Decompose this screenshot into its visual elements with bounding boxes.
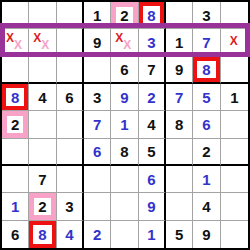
cell-r6c5[interactable]: 8 xyxy=(111,139,138,166)
cell-r6c4[interactable]: 6 xyxy=(84,139,111,166)
entered-digit: 1 xyxy=(147,227,155,242)
cell-r5c4[interactable]: 7 xyxy=(84,111,111,138)
pink-x-mark: X xyxy=(41,39,49,51)
cell-r1c7[interactable] xyxy=(166,2,193,29)
cell-r1c1[interactable] xyxy=(2,2,29,29)
cell-r7c2[interactable]: 7 xyxy=(29,166,56,193)
given-digit: 9 xyxy=(175,62,183,77)
cell-r4c3[interactable]: 6 xyxy=(57,84,84,111)
entered-digit: 6 xyxy=(93,144,101,159)
cell-r6c2[interactable] xyxy=(29,139,56,166)
entered-digit: 5 xyxy=(202,90,210,105)
cell-r7c4[interactable] xyxy=(84,166,111,193)
red-x-mark: X xyxy=(6,32,14,44)
cell-r5c7[interactable]: 8 xyxy=(166,111,193,138)
cell-r6c6[interactable]: 5 xyxy=(139,139,166,166)
cell-r2c7[interactable]: 1 xyxy=(166,29,193,56)
cell-r7c9[interactable] xyxy=(221,166,248,193)
red-x-mark: X xyxy=(33,32,41,44)
given-digit: 6 xyxy=(120,62,128,77)
given-digit: 9 xyxy=(202,227,210,242)
given-digit: 4 xyxy=(147,117,155,132)
entered-digit: 8 xyxy=(202,62,210,77)
entered-digit: 7 xyxy=(175,90,183,105)
cell-r2c6[interactable]: 3 xyxy=(139,29,166,56)
cell-r3c9[interactable] xyxy=(221,57,248,84)
cell-r3c6[interactable]: 7 xyxy=(139,57,166,84)
given-digit: 8 xyxy=(120,144,128,159)
cell-r7c1[interactable] xyxy=(2,166,29,193)
cell-r1c8[interactable]: 3 xyxy=(193,2,220,29)
cell-r5c3[interactable] xyxy=(57,111,84,138)
cell-r5c9[interactable] xyxy=(221,111,248,138)
entered-digit: 8 xyxy=(11,90,19,105)
cell-r8c4[interactable] xyxy=(84,193,111,220)
cell-r8c8[interactable]: 4 xyxy=(193,193,220,220)
given-digit: 2 xyxy=(202,144,210,159)
cell-r4c9[interactable]: 1 xyxy=(221,84,248,111)
cell-r5c5[interactable]: 1 xyxy=(111,111,138,138)
cell-r6c8[interactable]: 2 xyxy=(193,139,220,166)
given-digit: 3 xyxy=(202,8,210,23)
cell-r9c8[interactable]: 9 xyxy=(193,221,220,248)
given-digit: 6 xyxy=(11,227,19,242)
red-x-mark: X xyxy=(230,35,238,47)
given-digit: 1 xyxy=(93,8,101,23)
cell-r3c8[interactable]: 8 xyxy=(193,57,220,84)
cell-r1c3[interactable] xyxy=(57,2,84,29)
given-digit: 2 xyxy=(11,117,19,132)
given-digit: 1 xyxy=(175,35,183,50)
cell-r8c3[interactable]: 3 xyxy=(57,193,84,220)
entered-digit: 1 xyxy=(202,172,210,187)
entered-digit: 2 xyxy=(147,90,155,105)
given-digit: 2 xyxy=(38,199,46,214)
cell-r2c8[interactable]: 7 xyxy=(193,29,220,56)
entered-digit: 4 xyxy=(65,227,73,242)
cell-r9c3[interactable]: 4 xyxy=(57,221,84,248)
cell-r9c7[interactable]: 5 xyxy=(166,221,193,248)
cell-r2c5[interactable]: XX xyxy=(111,29,138,56)
entered-digit: 9 xyxy=(147,199,155,214)
given-digit: 7 xyxy=(147,62,155,77)
cell-r7c8[interactable]: 1 xyxy=(193,166,220,193)
cell-r2c2[interactable]: XX xyxy=(29,29,56,56)
cell-r2c9[interactable]: X xyxy=(221,29,248,56)
cell-r3c5[interactable]: 6 xyxy=(111,57,138,84)
cell-r5c1[interactable]: 2 xyxy=(2,111,29,138)
cell-r2c1[interactable]: XX xyxy=(2,29,29,56)
cell-r1c9[interactable] xyxy=(221,2,248,29)
cell-r3c4[interactable] xyxy=(84,57,111,84)
given-digit: 3 xyxy=(93,90,101,105)
given-digit: 3 xyxy=(65,199,73,214)
cell-r5c2[interactable] xyxy=(29,111,56,138)
cell-r9c5[interactable] xyxy=(111,221,138,248)
entered-digit: 2 xyxy=(93,227,101,242)
cell-r4c8[interactable]: 5 xyxy=(193,84,220,111)
sudoku-grid: 1283XXXX9XX317X6798846392751271486685276… xyxy=(0,0,250,250)
entered-digit: 9 xyxy=(120,90,128,105)
cell-r3c2[interactable] xyxy=(29,57,56,84)
given-digit: 4 xyxy=(38,90,46,105)
entered-digit: 8 xyxy=(147,8,155,23)
given-digit: 4 xyxy=(202,199,210,214)
pink-x-mark: X xyxy=(14,39,22,51)
cell-r7c3[interactable] xyxy=(57,166,84,193)
cell-r4c6[interactable]: 2 xyxy=(139,84,166,111)
cell-r6c3[interactable] xyxy=(57,139,84,166)
cell-r5c8[interactable]: 6 xyxy=(193,111,220,138)
given-digit: 5 xyxy=(147,144,155,159)
cell-r7c6[interactable]: 6 xyxy=(139,166,166,193)
cell-r2c4[interactable]: 9 xyxy=(84,29,111,56)
cell-r3c3[interactable] xyxy=(57,57,84,84)
entered-digit: 7 xyxy=(93,117,101,132)
cell-r3c7[interactable]: 9 xyxy=(166,57,193,84)
given-digit: 1 xyxy=(230,90,238,105)
cell-r8c6[interactable]: 9 xyxy=(139,193,166,220)
cell-r8c2[interactable]: 2 xyxy=(29,193,56,220)
given-digit: 9 xyxy=(93,35,101,50)
cell-r4c1[interactable]: 8 xyxy=(2,84,29,111)
entered-digit: 7 xyxy=(202,35,210,50)
cell-r9c4[interactable]: 2 xyxy=(84,221,111,248)
cell-r2c3[interactable] xyxy=(57,29,84,56)
cell-r4c5[interactable]: 9 xyxy=(111,84,138,111)
cell-r6c7[interactable] xyxy=(166,139,193,166)
cell-r1c4[interactable]: 1 xyxy=(84,2,111,29)
given-digit: 8 xyxy=(175,117,183,132)
cell-r9c1[interactable]: 6 xyxy=(2,221,29,248)
cell-r1c6[interactable]: 8 xyxy=(139,2,166,29)
cell-r3c1[interactable] xyxy=(2,57,29,84)
cell-r4c2[interactable]: 4 xyxy=(29,84,56,111)
cell-r5c6[interactable]: 4 xyxy=(139,111,166,138)
given-digit: 6 xyxy=(65,90,73,105)
cell-r4c7[interactable]: 7 xyxy=(166,84,193,111)
entered-digit: 8 xyxy=(38,227,46,242)
cell-r1c5[interactable]: 2 xyxy=(111,2,138,29)
cell-r8c5[interactable] xyxy=(111,193,138,220)
entered-digit: 3 xyxy=(147,35,155,50)
red-x-mark: X xyxy=(115,32,123,44)
cell-r6c9[interactable] xyxy=(221,139,248,166)
cell-r4c4[interactable]: 3 xyxy=(84,84,111,111)
given-digit: 2 xyxy=(120,8,128,23)
cell-r9c6[interactable]: 1 xyxy=(139,221,166,248)
cell-r6c1[interactable] xyxy=(2,139,29,166)
cell-r8c1[interactable]: 1 xyxy=(2,193,29,220)
cell-r8c9[interactable] xyxy=(221,193,248,220)
cell-r7c7[interactable] xyxy=(166,166,193,193)
cell-r9c2[interactable]: 8 xyxy=(29,221,56,248)
cell-r1c2[interactable] xyxy=(29,2,56,29)
entered-digit: 6 xyxy=(202,117,210,132)
cell-r7c5[interactable] xyxy=(111,166,138,193)
given-digit: 7 xyxy=(38,172,46,187)
given-digit: 5 xyxy=(175,227,183,242)
cell-r9c9[interactable] xyxy=(221,221,248,248)
pink-x-mark: X xyxy=(123,39,131,51)
sudoku-board: 1283XXXX9XX317X6798846392751271486685276… xyxy=(0,0,250,250)
entered-digit: 1 xyxy=(120,117,128,132)
entered-digit: 1 xyxy=(11,199,19,214)
entered-digit: 6 xyxy=(147,172,155,187)
cell-r8c7[interactable] xyxy=(166,193,193,220)
